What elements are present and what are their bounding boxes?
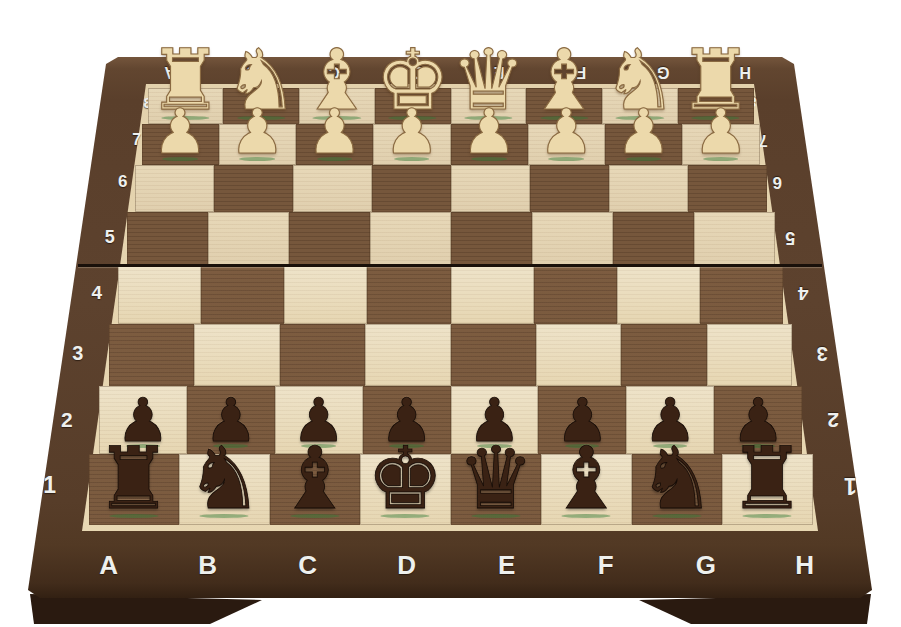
- square-e1[interactable]: ♛: [451, 454, 542, 525]
- chessboard-photo: 8765432187654321ABCDEFGHABCDEFGH ♜♞♝♚♛♝♞…: [0, 0, 901, 627]
- square-c4[interactable]: [284, 266, 367, 324]
- square-h1[interactable]: ♜: [722, 454, 813, 525]
- square-d6[interactable]: [372, 165, 451, 212]
- square-h4[interactable]: [700, 266, 783, 324]
- file-label-bottom-f: F: [598, 550, 614, 581]
- square-g6[interactable]: [609, 165, 688, 212]
- file-label-bottom-b: B: [198, 550, 217, 581]
- square-g1[interactable]: ♞: [632, 454, 723, 525]
- square-f6[interactable]: [530, 165, 609, 212]
- rank-row-7: ♟♟♟♟♟♟♟♟: [142, 124, 760, 165]
- square-a5[interactable]: [127, 212, 208, 266]
- square-e3[interactable]: [451, 324, 536, 386]
- square-b4[interactable]: [201, 266, 284, 324]
- square-g5[interactable]: [613, 212, 694, 266]
- piece-white-pawn[interactable]: ♟: [152, 103, 208, 162]
- rank-row-3: [109, 324, 792, 386]
- square-c6[interactable]: [293, 165, 372, 212]
- file-label-bottom-e: E: [498, 550, 516, 581]
- piece-black-knight[interactable]: ♞: [638, 438, 715, 520]
- piece-black-knight[interactable]: ♞: [186, 438, 263, 520]
- rank-row-1: ♜♞♝♚♛♝♞♜: [89, 454, 813, 525]
- square-a3[interactable]: [109, 324, 194, 386]
- square-g4[interactable]: [617, 266, 700, 324]
- square-a7[interactable]: ♟: [142, 124, 219, 165]
- square-d5[interactable]: [370, 212, 451, 266]
- square-e4[interactable]: [451, 266, 534, 324]
- square-d3[interactable]: [365, 324, 450, 386]
- square-c7[interactable]: ♟: [296, 124, 373, 165]
- piece-white-pawn[interactable]: ♟: [539, 103, 595, 162]
- rank-row-6: [135, 165, 767, 212]
- file-label-bottom-a: A: [99, 550, 118, 581]
- square-b6[interactable]: [214, 165, 293, 212]
- square-f5[interactable]: [532, 212, 613, 266]
- square-f1[interactable]: ♝: [541, 454, 632, 525]
- square-g7[interactable]: ♟: [605, 124, 682, 165]
- square-b5[interactable]: [208, 212, 289, 266]
- piece-white-pawn[interactable]: ♟: [307, 103, 363, 162]
- piece-black-rook[interactable]: ♜: [95, 438, 172, 520]
- square-c5[interactable]: [289, 212, 370, 266]
- square-f4[interactable]: [534, 266, 617, 324]
- square-a1[interactable]: ♜: [89, 454, 180, 525]
- piece-black-bishop[interactable]: ♝: [276, 438, 353, 520]
- piece-white-pawn[interactable]: ♟: [461, 103, 517, 162]
- square-e5[interactable]: [451, 212, 532, 266]
- square-f3[interactable]: [536, 324, 621, 386]
- square-h5[interactable]: [694, 212, 775, 266]
- square-c1[interactable]: ♝: [270, 454, 361, 525]
- file-label-bottom-h: H: [795, 550, 814, 581]
- piece-black-rook[interactable]: ♜: [729, 438, 806, 520]
- file-label-bottom-d: D: [397, 550, 416, 581]
- piece-white-pawn[interactable]: ♟: [616, 103, 672, 162]
- piece-white-pawn[interactable]: ♟: [384, 103, 440, 162]
- piece-white-pawn[interactable]: ♟: [230, 103, 286, 162]
- piece-black-queen[interactable]: ♛: [457, 438, 534, 520]
- file-label-bottom-c: C: [298, 550, 317, 581]
- square-e7[interactable]: ♟: [451, 124, 528, 165]
- rank-row-4: [118, 266, 783, 324]
- square-b1[interactable]: ♞: [179, 454, 270, 525]
- square-a6[interactable]: [135, 165, 214, 212]
- square-g3[interactable]: [621, 324, 706, 386]
- board-hinge-seam: [78, 264, 822, 267]
- square-h3[interactable]: [707, 324, 792, 386]
- piece-black-bishop[interactable]: ♝: [548, 438, 625, 520]
- chess-board: ♜♞♝♚♛♝♞♜♟♟♟♟♟♟♟♟♟♟♟♟♟♟♟♟♜♞♝♚♛♝♞♜: [0, 88, 901, 525]
- square-d1[interactable]: ♚: [360, 454, 451, 525]
- square-d7[interactable]: ♟: [373, 124, 450, 165]
- square-h7[interactable]: ♟: [682, 124, 759, 165]
- square-c3[interactable]: [280, 324, 365, 386]
- square-e6[interactable]: [451, 165, 530, 212]
- square-f7[interactable]: ♟: [528, 124, 605, 165]
- square-d4[interactable]: [367, 266, 450, 324]
- square-a4[interactable]: [118, 266, 201, 324]
- square-b7[interactable]: ♟: [219, 124, 296, 165]
- square-b3[interactable]: [194, 324, 279, 386]
- piece-black-king[interactable]: ♚: [367, 438, 444, 520]
- piece-white-pawn[interactable]: ♟: [693, 103, 749, 162]
- square-h6[interactable]: [688, 165, 767, 212]
- rank-row-5: [127, 212, 775, 266]
- file-label-bottom-g: G: [696, 550, 717, 581]
